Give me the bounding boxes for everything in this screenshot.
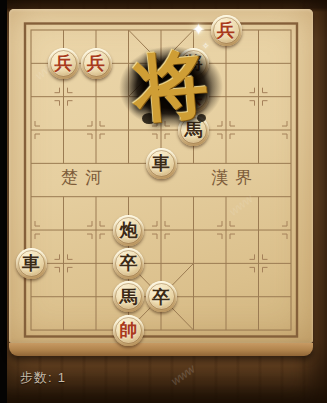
piece-character: 馬 (120, 288, 138, 306)
check-character: 将 (130, 34, 212, 140)
piece-character: 炮 (120, 221, 138, 239)
piece-character: 車 (152, 154, 170, 172)
piece-character: 帥 (120, 321, 138, 339)
small-sparkle-icon: ✧ (202, 42, 210, 51)
piece-black-soldier-d8[interactable]: 卒 (113, 248, 144, 279)
piece-black-chariot-e5[interactable]: 車 (146, 148, 177, 179)
piece-red-pawn-g1[interactable]: 兵 (211, 15, 242, 46)
piece-character: 卒 (120, 254, 138, 272)
piece-character: 車 (22, 254, 40, 272)
river-text-right: 漢界 (211, 167, 259, 187)
piece-black-horse-d9[interactable]: 馬 (113, 281, 144, 312)
piece-character: 卒 (152, 288, 170, 306)
step-counter-label: 步数: (20, 370, 53, 385)
piece-red-pawn-c2[interactable]: 兵 (81, 48, 112, 79)
step-counter: 步数:1 (20, 369, 66, 387)
piece-black-chariot-a8[interactable]: 車 (16, 248, 47, 279)
screenshot-stage: 楚河 漢界 兵兵兵將兵馬車炮車卒馬卒帥 将 ✦ ✧ 步数:1 www www w… (0, 0, 327, 403)
piece-black-soldier-e9[interactable]: 卒 (146, 281, 177, 312)
check-announcement-overlay: 将 (118, 44, 225, 130)
piece-character: 兵 (87, 54, 105, 72)
piece-character: 兵 (217, 21, 235, 39)
river-text-left: 楚河 (61, 167, 109, 187)
sparkle-icon: ✦ (192, 22, 205, 38)
piece-character: 兵 (55, 54, 73, 72)
piece-red-pawn-b2[interactable]: 兵 (48, 48, 79, 79)
piece-red-general-d10[interactable]: 帥 (113, 315, 144, 346)
step-counter-value: 1 (58, 370, 66, 385)
piece-black-cannon-d7[interactable]: 炮 (113, 215, 144, 246)
